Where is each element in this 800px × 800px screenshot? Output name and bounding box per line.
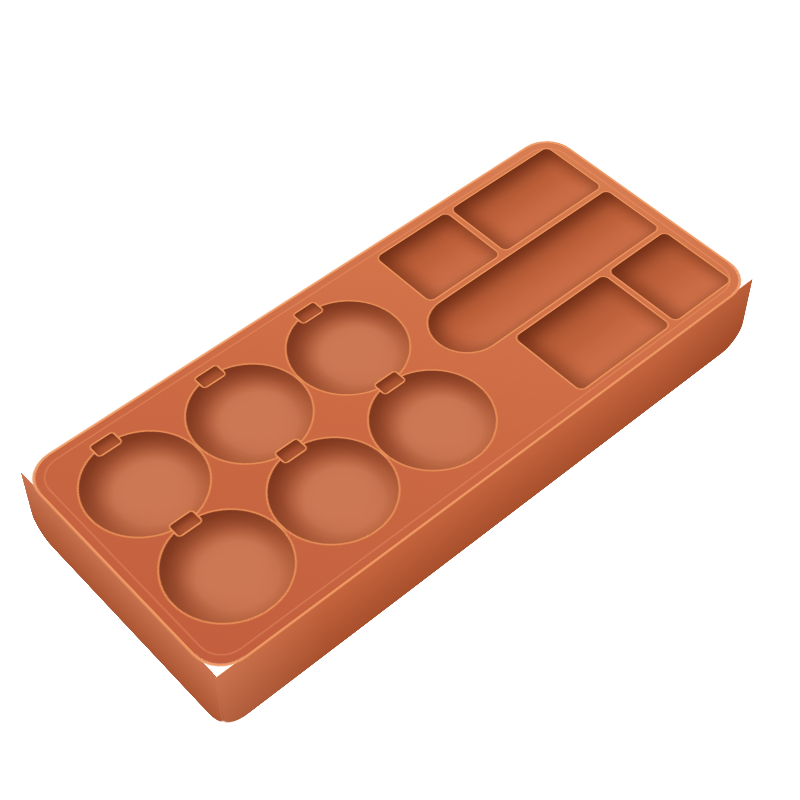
- round-well-6-notch: [375, 372, 405, 394]
- organizer-tray: [22, 135, 752, 677]
- round-well-3: [262, 283, 435, 414]
- round-well-1-notch: [90, 433, 121, 456]
- round-well-5-notch: [276, 439, 307, 462]
- product-photo-scene: [0, 0, 800, 800]
- round-well-4-notch: [169, 511, 201, 536]
- round-well-2-notch: [195, 366, 225, 388]
